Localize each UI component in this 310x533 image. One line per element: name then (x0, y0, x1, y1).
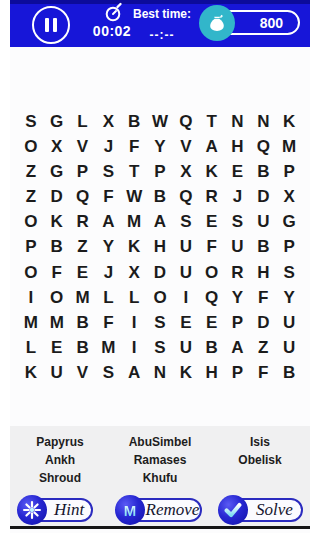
grid-cell-r4c8[interactable]: R (199, 185, 225, 210)
grid-cell-r8c5[interactable]: L (121, 285, 147, 310)
word-column-2: AbuSimbelRamasesKhufu (110, 433, 210, 487)
grid-cell-r9c6[interactable]: S (147, 310, 173, 335)
money-bag-icon (206, 12, 228, 34)
grid-cell-r6c7[interactable]: U (173, 235, 199, 260)
letter-m-icon: M (124, 502, 137, 519)
grid-cell-r5c4[interactable]: A (95, 210, 121, 235)
grid-cell-r1c4[interactable]: X (95, 109, 121, 134)
grid-cell-r11c8[interactable]: H (199, 361, 225, 386)
grid-cell-r10c8[interactable]: B (199, 336, 225, 361)
grid-cell-r3c7[interactable]: X (173, 159, 199, 184)
grid-cell-r6c5[interactable]: K (121, 235, 147, 260)
word-column-1: PapyrusAnkhShroud (10, 433, 110, 487)
grid-cell-r10c1[interactable]: L (18, 336, 44, 361)
grid-cell-r3c3[interactable]: P (70, 159, 96, 184)
grid-cell-r3c5[interactable]: T (121, 159, 147, 184)
grid-cell-r1c7[interactable]: Q (173, 109, 199, 134)
grid-cell-r1c6[interactable]: W (147, 109, 173, 134)
solve-circle (218, 495, 248, 525)
word-item: Papyrus (10, 433, 110, 451)
grid-cell-r1c3[interactable]: L (70, 109, 96, 134)
grid-cell-r4c9[interactable]: J (225, 185, 251, 210)
words-columns: PapyrusAnkhShroudAbuSimbelRamasesKhufuIs… (10, 426, 310, 487)
grid-cell-r9c8[interactable]: E (199, 310, 225, 335)
grid-cell-r4c11[interactable]: X (276, 185, 302, 210)
grid-cell-r2c5[interactable]: F (121, 134, 147, 159)
grid-cell-r11c3[interactable]: V (70, 361, 96, 386)
grid-cell-r4c6[interactable]: B (147, 185, 173, 210)
grid-cell-r8c1[interactable]: I (18, 285, 44, 310)
grid-cell-r5c8[interactable]: E (199, 210, 225, 235)
grid-cell-r11c7[interactable]: K (173, 361, 199, 386)
grid-cell-r5c9[interactable]: S (225, 210, 251, 235)
grid-cell-r8c6[interactable]: O (147, 285, 173, 310)
grid-cell-r9c9[interactable]: P (225, 310, 251, 335)
grid-cell-r3c2[interactable]: G (44, 159, 70, 184)
grid-cell-r8c11[interactable]: Y (276, 285, 302, 310)
checkmark-icon (222, 499, 244, 521)
grid-cell-r2c3[interactable]: V (70, 134, 96, 159)
grid-cell-r8c7[interactable]: I (173, 285, 199, 310)
grid-cell-r4c5[interactable]: W (121, 185, 147, 210)
grid-cell-r9c5[interactable]: I (121, 310, 147, 335)
grid-cell-r5c1[interactable]: O (18, 210, 44, 235)
grid-cell-r7c2[interactable]: F (44, 260, 70, 285)
grid-cell-r8c3[interactable]: M (70, 285, 96, 310)
word-item: Ramases (110, 451, 210, 469)
grid-cell-r7c1[interactable]: O (18, 260, 44, 285)
grid-cell-r10c10[interactable]: Z (250, 336, 276, 361)
grid-cell-r6c2[interactable]: B (44, 235, 70, 260)
sparkle-icon (22, 500, 42, 520)
solve-button[interactable]: Solve (218, 494, 303, 526)
grid-cell-r10c4[interactable]: M (95, 336, 121, 361)
pause-button[interactable] (32, 6, 70, 44)
word-item: AbuSimbel (110, 433, 210, 451)
best-time-block: Best time: --:-- (122, 7, 202, 42)
grid-cell-r1c9[interactable]: N (225, 109, 251, 134)
grid-cell-r5c5[interactable]: M (121, 210, 147, 235)
pause-icon (45, 18, 49, 32)
grid-cell-r2c1[interactable]: O (18, 134, 44, 159)
grid-cell-r11c4[interactable]: S (95, 361, 121, 386)
grid-cell-r9c3[interactable]: B (70, 310, 96, 335)
grid-cell-r9c11[interactable]: U (276, 310, 302, 335)
grid-cell-r5c6[interactable]: A (147, 210, 173, 235)
remove-button[interactable]: Remove M (115, 494, 202, 526)
grid-cell-r1c11[interactable]: K (276, 109, 302, 134)
word-item: Obelisk (210, 451, 310, 469)
grid-cell-r4c10[interactable]: D (250, 185, 276, 210)
grid-cell-r2c11[interactable]: M (276, 134, 302, 159)
grid-cell-r3c10[interactable]: B (250, 159, 276, 184)
solve-label: Solve (256, 500, 293, 520)
grid-cell-r10c7[interactable]: U (173, 336, 199, 361)
grid-cell-r8c4[interactable]: L (95, 285, 121, 310)
grid-cell-r8c8[interactable]: Q (199, 285, 225, 310)
grid-cell-r9c2[interactable]: M (44, 310, 70, 335)
grid-cell-r7c4[interactable]: J (95, 260, 121, 285)
grid-cell-r6c8[interactable]: F (199, 235, 225, 260)
stopwatch-icon (104, 2, 123, 22)
grid-cell-r1c1[interactable]: S (18, 109, 44, 134)
word-search-grid: SGLXBWQTNNKOXVJFYVAHQMZGPSTPXKEBPZDQFWBQ… (18, 109, 302, 386)
hint-circle (17, 495, 47, 525)
grid-cell-r6c1[interactable]: P (18, 235, 44, 260)
grid-cell-r8c2[interactable]: O (44, 285, 70, 310)
grid-cell-r3c11[interactable]: P (276, 159, 302, 184)
grid-cell-r2c8[interactable]: A (199, 134, 225, 159)
grid-cell-r2c4[interactable]: J (95, 134, 121, 159)
remove-circle: M (115, 495, 145, 525)
grid-cell-r11c1[interactable]: K (18, 361, 44, 386)
grid-cell-r3c9[interactable]: E (225, 159, 251, 184)
word-column-3: IsisObelisk (210, 433, 310, 487)
grid-cell-r4c1[interactable]: Z (18, 185, 44, 210)
grid-cell-r2c7[interactable]: V (173, 134, 199, 159)
bottom-bar (10, 526, 310, 529)
grid-cell-r6c4[interactable]: Y (95, 235, 121, 260)
grid-cell-r7c8[interactable]: O (199, 260, 225, 285)
grid-cell-r3c4[interactable]: S (95, 159, 121, 184)
grid-cell-r9c10[interactable]: D (250, 310, 276, 335)
grid-cell-r10c2[interactable]: E (44, 336, 70, 361)
grid-cell-r6c6[interactable]: H (147, 235, 173, 260)
grid-cell-r10c6[interactable]: S (147, 336, 173, 361)
grid-cell-r7c7[interactable]: U (173, 260, 199, 285)
grid-cell-r6c3[interactable]: Z (70, 235, 96, 260)
game-screen: 00:02 Best time: --:-- 800 SGLXBWQTNNKOX… (10, 0, 310, 533)
grid-cell-r6c11[interactable]: P (276, 235, 302, 260)
grid-cell-r11c9[interactable]: P (225, 361, 251, 386)
grid-cell-r7c5[interactable]: X (121, 260, 147, 285)
grid-cell-r3c8[interactable]: K (199, 159, 225, 184)
grid-cell-r2c9[interactable]: H (225, 134, 251, 159)
grid-cell-r6c9[interactable]: U (225, 235, 251, 260)
grid-cell-r10c9[interactable]: A (225, 336, 251, 361)
grid-cell-r2c10[interactable]: Q (250, 134, 276, 159)
grid-cell-r4c7[interactable]: Q (173, 185, 199, 210)
pause-icon (53, 18, 57, 32)
word-item: Shroud (10, 469, 110, 487)
grid-cell-r11c11[interactable]: B (276, 361, 302, 386)
grid-cell-r11c6[interactable]: N (147, 361, 173, 386)
grid-cell-r5c2[interactable]: K (44, 210, 70, 235)
grid-cell-r9c4[interactable]: F (95, 310, 121, 335)
grid-cell-r4c4[interactable]: F (95, 185, 121, 210)
remove-label: Remove (146, 500, 200, 520)
grid-cell-r4c2[interactable]: D (44, 185, 70, 210)
grid-cell-r7c9[interactable]: R (225, 260, 251, 285)
grid-cell-r7c3[interactable]: E (70, 260, 96, 285)
grid-cell-r11c2[interactable]: U (44, 361, 70, 386)
grid-cell-r10c5[interactable]: I (121, 336, 147, 361)
best-time-value: --:-- (122, 28, 202, 42)
hint-button[interactable]: Hint (17, 494, 93, 526)
grid-cell-r11c10[interactable]: F (250, 361, 276, 386)
grid-cell-r8c10[interactable]: F (250, 285, 276, 310)
grid-cell-r5c7[interactable]: S (173, 210, 199, 235)
word-item: Ankh (10, 451, 110, 469)
grid-cell-r3c6[interactable]: P (147, 159, 173, 184)
grid-cell-r9c1[interactable]: M (18, 310, 44, 335)
grid-cell-r8c9[interactable]: Y (225, 285, 251, 310)
grid-cell-r10c11[interactable]: U (276, 336, 302, 361)
grid-cell-r1c5[interactable]: B (121, 109, 147, 134)
coin-bag-button[interactable] (199, 5, 235, 41)
grid-cell-r7c11[interactable]: S (276, 260, 302, 285)
best-time-label: Best time: (122, 7, 202, 21)
grid-cell-r3c1[interactable]: Z (18, 159, 44, 184)
grid-cell-r6c10[interactable]: B (250, 235, 276, 260)
grid-cell-r1c10[interactable]: N (250, 109, 276, 134)
grid-cell-r10c3[interactable]: B (70, 336, 96, 361)
grid-cell-r5c3[interactable]: R (70, 210, 96, 235)
hint-label: Hint (54, 500, 84, 520)
grid-cell-r9c7[interactable]: E (173, 310, 199, 335)
grid-cell-r1c8[interactable]: T (199, 109, 225, 134)
word-item: Isis (210, 433, 310, 451)
coins-value: 800 (260, 15, 283, 31)
grid-cell-r11c5[interactable]: A (121, 361, 147, 386)
grid-cell-r7c10[interactable]: H (250, 260, 276, 285)
grid-cell-r5c10[interactable]: U (250, 210, 276, 235)
grid-cell-r7c6[interactable]: D (147, 260, 173, 285)
grid-cell-r5c11[interactable]: G (276, 210, 302, 235)
grid-cell-r1c2[interactable]: G (44, 109, 70, 134)
grid-cell-r2c6[interactable]: Y (147, 134, 173, 159)
word-item: Khufu (110, 469, 210, 487)
grid-cell-r2c2[interactable]: X (44, 134, 70, 159)
grid-cell-r4c3[interactable]: Q (70, 185, 96, 210)
